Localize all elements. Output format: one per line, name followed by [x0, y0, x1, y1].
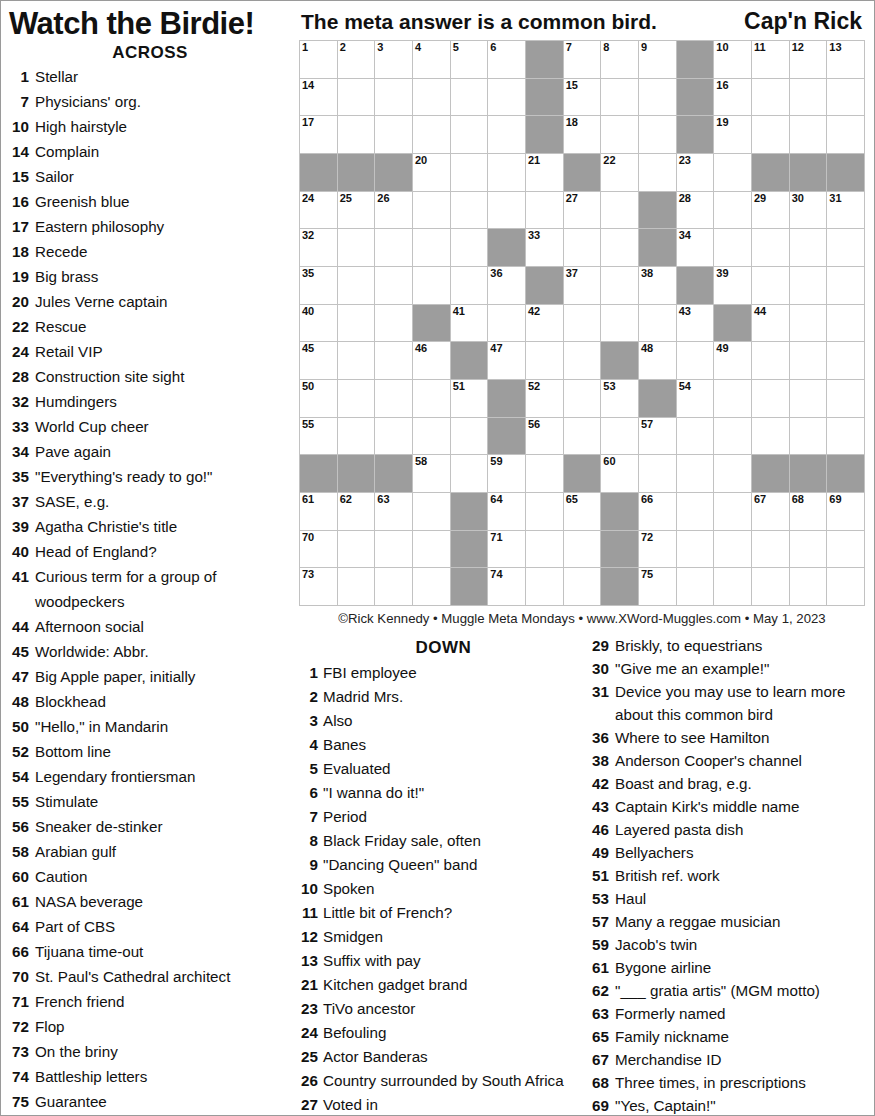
grid-cell-r1c9[interactable]: 8	[601, 41, 638, 78]
grid-cell-r11c7[interactable]: 56	[526, 418, 563, 455]
down-clue-8[interactable]: 8Black Friday sale, often	[301, 829, 587, 853]
grid-cell-r1c2[interactable]: 2	[338, 41, 375, 78]
black-cell-r9c5	[451, 342, 488, 379]
grid-cell-r14c2[interactable]	[338, 531, 375, 568]
across-clue-41[interactable]: 41Curious term for a group of woodpecker…	[9, 564, 293, 614]
grid-cell-r14c15[interactable]	[827, 531, 864, 568]
black-cell-r12c8	[564, 455, 601, 492]
down-clue-29[interactable]: 29Briskly, to equestrians	[589, 634, 867, 657]
grid-cell-r14c10[interactable]: 72	[639, 531, 676, 568]
grid-cell-r6c15[interactable]	[827, 229, 864, 266]
grid-cell-r4c5[interactable]	[451, 154, 488, 191]
grid-cell-r5c9[interactable]	[601, 192, 638, 229]
down-clue-7[interactable]: 7Period	[301, 805, 587, 829]
across-clue-54[interactable]: 54Legendary frontiersman	[9, 764, 293, 789]
clue-text: Family nickname	[615, 1025, 867, 1048]
grid-cell-r6c3[interactable]	[375, 229, 412, 266]
grid-cell-r9c6[interactable]: 47	[488, 342, 525, 379]
across-clue-18[interactable]: 18Recede	[9, 239, 293, 264]
clue-number: 2	[301, 685, 318, 709]
across-clue-20[interactable]: 20Jules Verne captain	[9, 289, 293, 314]
grid-cell-r5c15[interactable]: 31	[827, 192, 864, 229]
grid-cell-r2c2[interactable]	[338, 79, 375, 116]
grid-cell-r6c1[interactable]: 32	[300, 229, 337, 266]
grid-cell-r8c7[interactable]: 42	[526, 305, 563, 342]
grid-cell-r15c12[interactable]	[714, 568, 751, 605]
across-clue-50[interactable]: 50"Hello," in Mandarin	[9, 714, 293, 739]
grid-cell-r1c5[interactable]: 5	[451, 41, 488, 78]
grid-cell-r14c4[interactable]	[413, 531, 450, 568]
grid-cell-r14c7[interactable]	[526, 531, 563, 568]
clue-text: Bygone airline	[615, 956, 867, 979]
grid-cell-r13c15[interactable]: 69	[827, 493, 864, 530]
grid-cell-r11c8[interactable]	[564, 418, 601, 455]
across-clue-16[interactable]: 16Greenish blue	[9, 189, 293, 214]
grid-cell-r11c13[interactable]	[752, 418, 789, 455]
down-clue-59[interactable]: 59Jacob's twin	[589, 933, 867, 956]
grid-cell-r7c14[interactable]	[790, 267, 827, 304]
clue-number: 40	[9, 539, 29, 564]
clue-text: Briskly, to equestrians	[615, 634, 867, 657]
down-clue-10[interactable]: 10Spoken	[301, 877, 587, 901]
grid-cell-r11c14[interactable]	[790, 418, 827, 455]
grid-cell-r9c11[interactable]	[677, 342, 714, 379]
grid-cell-r6c13[interactable]	[752, 229, 789, 266]
grid-cell-r14c6[interactable]: 71	[488, 531, 525, 568]
across-clue-71[interactable]: 71French friend	[9, 989, 293, 1014]
down-clue-3[interactable]: 3Also	[301, 709, 587, 733]
clue-number: 1	[9, 64, 29, 89]
grid-cell-r5c12[interactable]	[714, 192, 751, 229]
grid-cell-r2c14[interactable]	[790, 79, 827, 116]
across-clue-39[interactable]: 39Agatha Christie's title	[9, 514, 293, 539]
across-clue-28[interactable]: 28Construction site sight	[9, 364, 293, 389]
down-clue-30[interactable]: 30"Give me an example!"	[589, 657, 867, 680]
grid-cell-r10c7[interactable]: 52	[526, 380, 563, 417]
grid-cell-r9c13[interactable]	[752, 342, 789, 379]
grid-cell-r7c5[interactable]	[451, 267, 488, 304]
grid-cell-r12c12[interactable]	[714, 455, 751, 492]
grid-cell-r9c3[interactable]	[375, 342, 412, 379]
down-clue-65[interactable]: 65Family nickname	[589, 1025, 867, 1048]
grid-cell-r2c13[interactable]	[752, 79, 789, 116]
across-clue-33[interactable]: 33World Cup cheer	[9, 414, 293, 439]
grid-cell-r11c9[interactable]	[601, 418, 638, 455]
grid-cell-r8c1[interactable]: 40	[300, 305, 337, 342]
across-clue-19[interactable]: 19Big brass	[9, 264, 293, 289]
grid-cell-r10c11[interactable]: 54	[677, 380, 714, 417]
grid-cell-r13c7[interactable]	[526, 493, 563, 530]
grid-cell-r6c14[interactable]	[790, 229, 827, 266]
grid-cell-r8c6[interactable]	[488, 305, 525, 342]
grid-cell-r1c4[interactable]: 4	[413, 41, 450, 78]
grid-cell-r1c15[interactable]: 13	[827, 41, 864, 78]
across-clue-7[interactable]: 7Physicians' org.	[9, 89, 293, 114]
grid-cell-r7c1[interactable]: 35	[300, 267, 337, 304]
grid-cell-r8c8[interactable]	[564, 305, 601, 342]
grid-cell-r13c6[interactable]: 64	[488, 493, 525, 530]
down-clue-27[interactable]: 27Voted in	[301, 1093, 587, 1116]
grid-cell-r15c11[interactable]	[677, 568, 714, 605]
grid-cell-r10c1[interactable]: 50	[300, 380, 337, 417]
cell-number: 71	[490, 531, 502, 544]
grid-cell-r10c13[interactable]	[752, 380, 789, 417]
clue-text: Merchandise ID	[615, 1048, 867, 1071]
grid-cell-r1c8[interactable]: 7	[564, 41, 601, 78]
grid-cell-r1c6[interactable]: 6	[488, 41, 525, 78]
grid-cell-r14c3[interactable]	[375, 531, 412, 568]
grid-cell-r2c6[interactable]	[488, 79, 525, 116]
grid-cell-r10c14[interactable]	[790, 380, 827, 417]
grid-cell-r10c3[interactable]	[375, 380, 412, 417]
across-clue-66[interactable]: 66Tijuana time-out	[9, 939, 293, 964]
grid-cell-r4c10[interactable]	[639, 154, 676, 191]
grid-cell-r8c3[interactable]	[375, 305, 412, 342]
across-clue-45[interactable]: 45Worldwide: Abbr.	[9, 639, 293, 664]
grid-cell-r13c13[interactable]: 67	[752, 493, 789, 530]
cell-number: 7	[566, 41, 572, 54]
grid-cell-r9c1[interactable]: 45	[300, 342, 337, 379]
grid-cell-r13c14[interactable]: 68	[790, 493, 827, 530]
grid-cell-r12c7[interactable]	[526, 455, 563, 492]
grid-cell-r3c12[interactable]: 19	[714, 116, 751, 153]
grid-cell-r14c14[interactable]	[790, 531, 827, 568]
grid-cell-r15c8[interactable]	[564, 568, 601, 605]
down-clue-53[interactable]: 53Haul	[589, 887, 867, 910]
grid-cell-r13c10[interactable]: 66	[639, 493, 676, 530]
grid-cell-r4c6[interactable]	[488, 154, 525, 191]
cell-number: 47	[490, 342, 502, 355]
grid-cell-r12c10[interactable]	[639, 455, 676, 492]
grid-cell-r8c14[interactable]	[790, 305, 827, 342]
grid-cell-r11c12[interactable]	[714, 418, 751, 455]
down-clue-23[interactable]: 23TiVo ancestor	[301, 997, 587, 1021]
across-clue-61[interactable]: 61NASA beverage	[9, 889, 293, 914]
cell-number: 72	[641, 531, 653, 544]
grid-cell-r5c6[interactable]	[488, 192, 525, 229]
down-clue-24[interactable]: 24Befouling	[301, 1021, 587, 1045]
down-clue-51[interactable]: 51British ref. work	[589, 864, 867, 887]
grid-cell-r6c9[interactable]	[601, 229, 638, 266]
clue-text: Rescue	[35, 314, 293, 339]
grid-cell-r4c9[interactable]: 22	[601, 154, 638, 191]
clue-number: 30	[589, 657, 609, 680]
grid-cell-r15c7[interactable]	[526, 568, 563, 605]
cell-number: 70	[302, 531, 314, 544]
grid-cell-r11c3[interactable]	[375, 418, 412, 455]
grid-cell-r5c7[interactable]	[526, 192, 563, 229]
down-clue-57[interactable]: 57Many a reggae musician	[589, 910, 867, 933]
grid-cell-r9c12[interactable]: 49	[714, 342, 751, 379]
down-clue-67[interactable]: 67Merchandise ID	[589, 1048, 867, 1071]
down-clue-25[interactable]: 25Actor Banderas	[301, 1045, 587, 1069]
grid-cell-r13c11[interactable]	[677, 493, 714, 530]
across-clue-56[interactable]: 56Sneaker de-stinker	[9, 814, 293, 839]
across-clue-17[interactable]: 17Eastern philosophy	[9, 214, 293, 239]
grid-cell-r1c3[interactable]: 3	[375, 41, 412, 78]
grid-cell-r7c12[interactable]: 39	[714, 267, 751, 304]
grid-cell-r2c4[interactable]	[413, 79, 450, 116]
grid-cell-r3c8[interactable]: 18	[564, 116, 601, 153]
clue-number: 42	[589, 772, 609, 795]
grid-cell-r13c2[interactable]: 62	[338, 493, 375, 530]
grid-cell-r5c1[interactable]: 24	[300, 192, 337, 229]
down-clue-63[interactable]: 63Formerly named	[589, 1002, 867, 1025]
down-clue-1[interactable]: 1FBI employee	[301, 661, 587, 685]
grid-cell-r1c10[interactable]: 9	[639, 41, 676, 78]
clue-number: 55	[9, 789, 29, 814]
grid-cell-r8c15[interactable]	[827, 305, 864, 342]
down-clue-68[interactable]: 68Three times, in prescriptions	[589, 1071, 867, 1094]
cell-number: 35	[302, 267, 314, 280]
grid-cell-r2c9[interactable]	[601, 79, 638, 116]
grid-cell-r2c8[interactable]: 15	[564, 79, 601, 116]
grid-cell-r2c12[interactable]: 16	[714, 79, 751, 116]
across-clue-32[interactable]: 32Humdingers	[9, 389, 293, 414]
down-clue-13[interactable]: 13Suffix with pay	[301, 949, 587, 973]
grid-cell-r7c9[interactable]	[601, 267, 638, 304]
grid-cell-r7c10[interactable]: 38	[639, 267, 676, 304]
across-clue-75[interactable]: 75Guarantee	[9, 1089, 293, 1114]
black-cell-r6c6	[488, 229, 525, 266]
across-clue-22[interactable]: 22Rescue	[9, 314, 293, 339]
grid-cell-r5c13[interactable]: 29	[752, 192, 789, 229]
grid-cell-r8c9[interactable]	[601, 305, 638, 342]
down-clue-9[interactable]: 9"Dancing Queen" band	[301, 853, 587, 877]
grid-cell-r5c11[interactable]: 28	[677, 192, 714, 229]
grid-cell-r2c3[interactable]	[375, 79, 412, 116]
down-clue-31[interactable]: 31Device you may use to learn more about…	[589, 680, 867, 726]
grid-cell-r15c1[interactable]: 73	[300, 568, 337, 605]
grid-cell-r13c12[interactable]	[714, 493, 751, 530]
across-clue-74[interactable]: 74Battleship letters	[9, 1064, 293, 1089]
grid-cell-r12c4[interactable]: 58	[413, 455, 450, 492]
grid-cell-r15c2[interactable]	[338, 568, 375, 605]
grid-cell-r9c4[interactable]: 46	[413, 342, 450, 379]
grid-cell-r8c11[interactable]: 43	[677, 305, 714, 342]
grid-cell-r7c13[interactable]	[752, 267, 789, 304]
across-clue-70[interactable]: 70St. Paul's Cathedral architect	[9, 964, 293, 989]
grid-cell-r10c12[interactable]	[714, 380, 751, 417]
across-clue-55[interactable]: 55Stimulate	[9, 789, 293, 814]
grid-cell-r11c2[interactable]	[338, 418, 375, 455]
grid-cell-r6c5[interactable]	[451, 229, 488, 266]
across-clue-47[interactable]: 47Big Apple paper, initially	[9, 664, 293, 689]
down-clue-5[interactable]: 5Evaluated	[301, 757, 587, 781]
grid-cell-r7c8[interactable]: 37	[564, 267, 601, 304]
down-clue-6[interactable]: 6"I wanna do it!"	[301, 781, 587, 805]
grid-cell-r3c15[interactable]	[827, 116, 864, 153]
cell-number: 39	[716, 267, 728, 280]
grid-cell-r6c2[interactable]	[338, 229, 375, 266]
grid-cell-r3c4[interactable]	[413, 116, 450, 153]
grid-cell-r4c12[interactable]	[714, 154, 751, 191]
grid-cell-r14c8[interactable]	[564, 531, 601, 568]
across-clue-34[interactable]: 34Pave again	[9, 439, 293, 464]
grid-cell-r9c2[interactable]	[338, 342, 375, 379]
grid-cell-r7c4[interactable]	[413, 267, 450, 304]
grid-cell-r15c14[interactable]	[790, 568, 827, 605]
grid-cell-r2c5[interactable]	[451, 79, 488, 116]
down-clue-46[interactable]: 46Layered pasta dish	[589, 818, 867, 841]
across-clue-35[interactable]: 35"Everything's ready to go!"	[9, 464, 293, 489]
grid-cell-r5c5[interactable]	[451, 192, 488, 229]
down-clue-62[interactable]: 62"___ gratia artis" (MGM motto)	[589, 979, 867, 1002]
clue-number: 23	[301, 997, 318, 1021]
clue-text: SASE, e.g.	[35, 489, 293, 514]
across-clue-37[interactable]: 37SASE, e.g.	[9, 489, 293, 514]
grid-cell-r15c3[interactable]	[375, 568, 412, 605]
grid-cell-r10c9[interactable]: 53	[601, 380, 638, 417]
grid-cell-r4c11[interactable]: 23	[677, 154, 714, 191]
grid-cell-r4c4[interactable]: 20	[413, 154, 450, 191]
down-clue-69[interactable]: 69"Yes, Captain!"	[589, 1094, 867, 1116]
clue-text: Arabian gulf	[35, 839, 293, 864]
grid-cell-r5c8[interactable]: 27	[564, 192, 601, 229]
grid-cell-r7c3[interactable]	[375, 267, 412, 304]
across-clue-48[interactable]: 48Blockhead	[9, 689, 293, 714]
grid-cell-r11c11[interactable]	[677, 418, 714, 455]
clue-number: 15	[9, 164, 29, 189]
grid-cell-r10c5[interactable]: 51	[451, 380, 488, 417]
grid-cell-r9c7[interactable]	[526, 342, 563, 379]
grid-cell-r7c2[interactable]	[338, 267, 375, 304]
grid-cell-r3c9[interactable]	[601, 116, 638, 153]
grid-cell-r8c5[interactable]: 41	[451, 305, 488, 342]
grid-cell-r3c2[interactable]	[338, 116, 375, 153]
clue-text: "Dancing Queen" band	[323, 853, 587, 877]
grid-cell-r8c13[interactable]: 44	[752, 305, 789, 342]
cell-number: 63	[377, 493, 389, 506]
cell-number: 22	[603, 154, 615, 167]
clue-number: 1	[301, 661, 318, 685]
clue-number: 56	[9, 814, 29, 839]
down-clue-26[interactable]: 26Country surrounded by South Africa	[301, 1069, 587, 1093]
grid-cell-r1c12[interactable]: 10	[714, 41, 751, 78]
grid-cell-r11c5[interactable]	[451, 418, 488, 455]
grid-cell-r7c15[interactable]	[827, 267, 864, 304]
grid-cell-r3c3[interactable]	[375, 116, 412, 153]
grid-cell-r9c10[interactable]: 48	[639, 342, 676, 379]
down-clue-36[interactable]: 36Where to see Hamilton	[589, 726, 867, 749]
grid-cell-r12c6[interactable]: 59	[488, 455, 525, 492]
grid-cell-r15c6[interactable]: 74	[488, 568, 525, 605]
grid-cell-r15c15[interactable]	[827, 568, 864, 605]
grid-cell-r13c1[interactable]: 61	[300, 493, 337, 530]
across-clue-73[interactable]: 73On the briny	[9, 1039, 293, 1064]
grid-cell-r14c1[interactable]: 70	[300, 531, 337, 568]
grid-cell-r6c8[interactable]	[564, 229, 601, 266]
across-clue-40[interactable]: 40Head of England?	[9, 539, 293, 564]
clue-number: 18	[9, 239, 29, 264]
grid-cell-r8c2[interactable]	[338, 305, 375, 342]
grid-cell-r4c7[interactable]: 21	[526, 154, 563, 191]
down-clue-49[interactable]: 49Bellyachers	[589, 841, 867, 864]
grid-cell-r12c5[interactable]	[451, 455, 488, 492]
grid-cell-r11c15[interactable]	[827, 418, 864, 455]
grid-cell-r10c8[interactable]	[564, 380, 601, 417]
grid-cell-r13c8[interactable]: 65	[564, 493, 601, 530]
grid-cell-r15c10[interactable]: 75	[639, 568, 676, 605]
grid-cell-r5c3[interactable]: 26	[375, 192, 412, 229]
grid-cell-r11c10[interactable]: 57	[639, 418, 676, 455]
across-clue-24[interactable]: 24Retail VIP	[9, 339, 293, 364]
grid-cell-r11c1[interactable]: 55	[300, 418, 337, 455]
across-clue-44[interactable]: 44Afternoon social	[9, 614, 293, 639]
grid-cell-r12c11[interactable]	[677, 455, 714, 492]
grid-cell-r13c3[interactable]: 63	[375, 493, 412, 530]
grid-cell-r14c13[interactable]	[752, 531, 789, 568]
grid-cell-r5c2[interactable]: 25	[338, 192, 375, 229]
grid-cell-r14c12[interactable]	[714, 531, 751, 568]
grid-cell-r2c1[interactable]: 14	[300, 79, 337, 116]
grid-cell-r5c4[interactable]	[413, 192, 450, 229]
grid-cell-r9c14[interactable]	[790, 342, 827, 379]
grid-cell-r6c12[interactable]	[714, 229, 751, 266]
grid-cell-r6c4[interactable]	[413, 229, 450, 266]
grid-cell-r3c14[interactable]	[790, 116, 827, 153]
grid-cell-r15c4[interactable]	[413, 568, 450, 605]
grid-cell-r6c11[interactable]: 34	[677, 229, 714, 266]
down-clue-61[interactable]: 61Bygone airline	[589, 956, 867, 979]
grid-cell-r13c4[interactable]	[413, 493, 450, 530]
across-clue-64[interactable]: 64Part of CBS	[9, 914, 293, 939]
down-clue-11[interactable]: 11Little bit of French?	[301, 901, 587, 925]
grid-cell-r10c2[interactable]	[338, 380, 375, 417]
across-clue-58[interactable]: 58Arabian gulf	[9, 839, 293, 864]
grid-cell-r7c6[interactable]: 36	[488, 267, 525, 304]
across-clue-1[interactable]: 1Stellar	[9, 64, 293, 89]
grid-cell-r1c1[interactable]: 1	[300, 41, 337, 78]
grid-cell-r3c5[interactable]	[451, 116, 488, 153]
grid-cell-r9c15[interactable]	[827, 342, 864, 379]
down-clue-42[interactable]: 42Boast and brag, e.g.	[589, 772, 867, 795]
across-clue-14[interactable]: 14Complain	[9, 139, 293, 164]
grid-cell-r8c10[interactable]	[639, 305, 676, 342]
grid-cell-r1c13[interactable]: 11	[752, 41, 789, 78]
grid-cell-r12c9[interactable]: 60	[601, 455, 638, 492]
grid-cell-r5c14[interactable]: 30	[790, 192, 827, 229]
down-clue-2[interactable]: 2Madrid Mrs.	[301, 685, 587, 709]
across-clue-60[interactable]: 60Caution	[9, 864, 293, 889]
clue-number: 73	[9, 1039, 29, 1064]
grid-cell-r10c4[interactable]	[413, 380, 450, 417]
grid-cell-r2c10[interactable]	[639, 79, 676, 116]
grid-cell-r10c15[interactable]	[827, 380, 864, 417]
grid-cell-r1c14[interactable]: 12	[790, 41, 827, 78]
across-clue-72[interactable]: 72Flop	[9, 1014, 293, 1039]
grid-cell-r14c11[interactable]	[677, 531, 714, 568]
across-clue-10[interactable]: 10High hairstyle	[9, 114, 293, 139]
across-clue-15[interactable]: 15Sailor	[9, 164, 293, 189]
grid-cell-r3c6[interactable]	[488, 116, 525, 153]
grid-cell-r3c13[interactable]	[752, 116, 789, 153]
cell-number: 3	[377, 41, 383, 54]
down-clue-12[interactable]: 12Smidgen	[301, 925, 587, 949]
across-clue-52[interactable]: 52Bottom line	[9, 739, 293, 764]
down-clue-43[interactable]: 43Captain Kirk's middle name	[589, 795, 867, 818]
down-clue-21[interactable]: 21Kitchen gadget brand	[301, 973, 587, 997]
grid-cell-r15c13[interactable]	[752, 568, 789, 605]
grid-cell-r9c8[interactable]	[564, 342, 601, 379]
down-clue-38[interactable]: 38Anderson Cooper's channel	[589, 749, 867, 772]
grid-cell-r3c10[interactable]	[639, 116, 676, 153]
grid-cell-r3c1[interactable]: 17	[300, 116, 337, 153]
down-clue-4[interactable]: 4Banes	[301, 733, 587, 757]
grid-cell-r6c7[interactable]: 33	[526, 229, 563, 266]
grid-cell-r2c15[interactable]	[827, 79, 864, 116]
grid-cell-r11c4[interactable]	[413, 418, 450, 455]
